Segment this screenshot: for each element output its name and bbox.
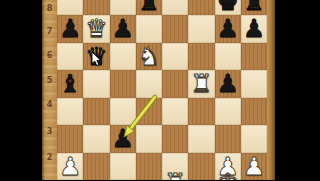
- square-e3[interactable]: [162, 125, 188, 153]
- piece-white-rook-f5[interactable]: ♜: [188, 70, 214, 98]
- board-frame-right: [267, 0, 275, 180]
- square-g6[interactable]: [215, 43, 241, 71]
- square-d3[interactable]: [136, 125, 162, 153]
- square-g3[interactable]: [215, 125, 241, 153]
- board-frame-left: 8765432: [42, 0, 57, 180]
- rank-label-7: 7: [42, 28, 57, 36]
- chess-board[interactable]: ♜♚♜♟♛♟♟♟♛♞♝♜♟♟♟♟♟♜♚: [57, 0, 267, 180]
- square-c6[interactable]: [110, 43, 136, 71]
- rank-label-5: 5: [42, 77, 57, 85]
- square-f3[interactable]: [188, 125, 214, 153]
- rank-label-3: 3: [42, 128, 57, 136]
- square-b2[interactable]: [83, 153, 109, 181]
- piece-black-pawn-a7[interactable]: ♟: [57, 15, 83, 43]
- square-c4[interactable]: [110, 98, 136, 126]
- square-f2[interactable]: [188, 153, 214, 181]
- chessboard-screenshot: 8765432 ♜♚♜♟♛♟♟♟♛♞♝♜♟♟♟♟♟♜♚: [0, 0, 320, 180]
- square-g4[interactable]: [215, 98, 241, 126]
- rank-label-4: 4: [42, 101, 57, 109]
- square-d4[interactable]: [136, 98, 162, 126]
- square-a8[interactable]: [57, 0, 83, 15]
- square-d7[interactable]: [136, 15, 162, 43]
- piece-white-pawn-h2[interactable]: ♟: [241, 153, 267, 181]
- square-e4[interactable]: [162, 98, 188, 126]
- piece-black-queen-b6[interactable]: ♛: [83, 43, 109, 71]
- square-d2[interactable]: [136, 153, 162, 181]
- square-f7[interactable]: [188, 15, 214, 43]
- square-b8[interactable]: [83, 0, 109, 15]
- piece-black-rook-d8[interactable]: ♜: [136, 0, 162, 15]
- piece-black-pawn-g7[interactable]: ♟: [215, 15, 241, 43]
- square-a3[interactable]: [57, 125, 83, 153]
- square-e7[interactable]: [162, 15, 188, 43]
- rank-label-8: 8: [42, 5, 57, 13]
- square-b5[interactable]: [83, 70, 109, 98]
- square-f4[interactable]: [188, 98, 214, 126]
- piece-black-pawn-h7[interactable]: ♟: [241, 15, 267, 43]
- square-h5[interactable]: [241, 70, 267, 98]
- piece-black-king-g8[interactable]: ♚: [215, 0, 241, 15]
- piece-black-pawn-c3[interactable]: ♟: [110, 125, 136, 153]
- square-h3[interactable]: [241, 125, 267, 153]
- piece-white-queen-b7[interactable]: ♛: [83, 15, 109, 43]
- piece-white-pawn-a2[interactable]: ♟: [57, 153, 83, 181]
- rank-label-2: 2: [42, 154, 57, 162]
- square-b3[interactable]: [83, 125, 109, 153]
- piece-white-king-g1[interactable]: ♚: [215, 169, 241, 180]
- piece-white-rook-e1[interactable]: ♜: [162, 169, 188, 180]
- square-f8[interactable]: [188, 0, 214, 15]
- square-h4[interactable]: [241, 98, 267, 126]
- square-f6[interactable]: [188, 43, 214, 71]
- square-a4[interactable]: [57, 98, 83, 126]
- square-e8[interactable]: [162, 0, 188, 15]
- square-a6[interactable]: [57, 43, 83, 71]
- square-e5[interactable]: [162, 70, 188, 98]
- rank-label-6: 6: [42, 52, 57, 60]
- square-d5[interactable]: [136, 70, 162, 98]
- piece-black-pawn-g5[interactable]: ♟: [215, 70, 241, 98]
- piece-black-bishop-a5[interactable]: ♝: [57, 70, 83, 98]
- piece-white-knight-d6[interactable]: ♞: [136, 43, 162, 71]
- square-c2[interactable]: [110, 153, 136, 181]
- square-b4[interactable]: [83, 98, 109, 126]
- square-h6[interactable]: [241, 43, 267, 71]
- square-c5[interactable]: [110, 70, 136, 98]
- square-c8[interactable]: [110, 0, 136, 15]
- square-e6[interactable]: [162, 43, 188, 71]
- piece-black-rook-h8[interactable]: ♜: [241, 0, 267, 15]
- piece-black-pawn-c7[interactable]: ♟: [110, 15, 136, 43]
